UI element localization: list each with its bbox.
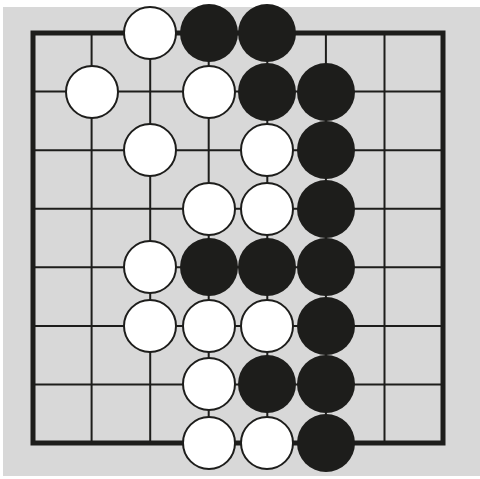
board-intersection-C8[interactable] (121, 414, 180, 473)
board-intersection-A5[interactable] (4, 238, 63, 297)
white-stone (182, 65, 236, 119)
black-stone (238, 63, 296, 121)
board-intersection-B2[interactable] (62, 62, 121, 121)
board-intersection-C7[interactable] (121, 355, 180, 414)
board-intersection-G7[interactable] (355, 355, 414, 414)
black-stone (238, 355, 296, 413)
board-intersection-A6[interactable] (4, 297, 63, 356)
board-intersection-D8[interactable] (179, 414, 238, 473)
white-stone (182, 416, 236, 470)
board-intersection-C5[interactable] (121, 238, 180, 297)
black-stone (297, 63, 355, 121)
page (0, 0, 480, 479)
board-intersection-E4[interactable] (238, 179, 297, 238)
board-intersection-G3[interactable] (355, 121, 414, 180)
board-intersection-A7[interactable] (4, 355, 63, 414)
board-intersection-B3[interactable] (62, 121, 121, 180)
board-intersection-B6[interactable] (62, 297, 121, 356)
board-intersection-F6[interactable] (297, 297, 356, 356)
white-stone (240, 182, 294, 236)
board-intersection-E1[interactable] (238, 4, 297, 63)
board-intersection-G4[interactable] (355, 179, 414, 238)
white-stone (123, 123, 177, 177)
white-stone (240, 123, 294, 177)
board-intersection-C4[interactable] (121, 179, 180, 238)
black-stone (297, 121, 355, 179)
go-board (4, 4, 473, 473)
board-intersection-G2[interactable] (355, 62, 414, 121)
board-intersection-E7[interactable] (238, 355, 297, 414)
board-intersection-F5[interactable] (297, 238, 356, 297)
board-intersection-G5[interactable] (355, 238, 414, 297)
board-intersection-H6[interactable] (414, 297, 473, 356)
white-stone (182, 357, 236, 411)
board-intersection-A4[interactable] (4, 179, 63, 238)
board-intersection-F8[interactable] (297, 414, 356, 473)
board-intersection-H8[interactable] (414, 414, 473, 473)
board-intersection-F4[interactable] (297, 179, 356, 238)
board-intersection-H4[interactable] (414, 179, 473, 238)
board-intersection-F7[interactable] (297, 355, 356, 414)
board-intersection-C1[interactable] (121, 4, 180, 63)
white-stone (182, 182, 236, 236)
white-stone (240, 299, 294, 353)
board-intersection-A1[interactable] (4, 4, 63, 63)
board-intersection-B1[interactable] (62, 4, 121, 63)
board-intersection-G1[interactable] (355, 4, 414, 63)
board-intersection-D6[interactable] (179, 297, 238, 356)
board-intersection-F1[interactable] (297, 4, 356, 63)
black-stone (297, 297, 355, 355)
board-intersection-B7[interactable] (62, 355, 121, 414)
board-intersection-B5[interactable] (62, 238, 121, 297)
board-intersection-G6[interactable] (355, 297, 414, 356)
board-intersection-D5[interactable] (179, 238, 238, 297)
board-intersection-D3[interactable] (179, 121, 238, 180)
board-intersection-F3[interactable] (297, 121, 356, 180)
board-intersection-H2[interactable] (414, 62, 473, 121)
board-intersection-C3[interactable] (121, 121, 180, 180)
board-intersection-E3[interactable] (238, 121, 297, 180)
board-intersection-D7[interactable] (179, 355, 238, 414)
board-intersection-C2[interactable] (121, 62, 180, 121)
black-stone (238, 4, 296, 62)
board-intersection-A3[interactable] (4, 121, 63, 180)
board-intersection-D2[interactable] (179, 62, 238, 121)
board-intersection-A2[interactable] (4, 62, 63, 121)
board-intersection-H7[interactable] (414, 355, 473, 414)
white-stone (123, 299, 177, 353)
black-stone (297, 355, 355, 413)
black-stone (297, 238, 355, 296)
white-stone (65, 65, 119, 119)
black-stone (297, 180, 355, 238)
board-intersection-H5[interactable] (414, 238, 473, 297)
white-stone (240, 416, 294, 470)
board-intersection-E2[interactable] (238, 62, 297, 121)
black-stone (297, 414, 355, 472)
white-stone (182, 299, 236, 353)
board-intersection-F2[interactable] (297, 62, 356, 121)
white-stone (123, 6, 177, 60)
board-intersection-H3[interactable] (414, 121, 473, 180)
board-intersection-B4[interactable] (62, 179, 121, 238)
white-stone (123, 240, 177, 294)
board-intersection-H1[interactable] (414, 4, 473, 63)
black-stone (180, 4, 238, 62)
board-intersection-B8[interactable] (62, 414, 121, 473)
board-intersection-C6[interactable] (121, 297, 180, 356)
board-intersection-E8[interactable] (238, 414, 297, 473)
board-intersection-E6[interactable] (238, 297, 297, 356)
board-intersection-E5[interactable] (238, 238, 297, 297)
board-intersection-G8[interactable] (355, 414, 414, 473)
board-intersection-A8[interactable] (4, 414, 63, 473)
board-intersection-D4[interactable] (179, 179, 238, 238)
black-stone (238, 238, 296, 296)
board-intersection-D1[interactable] (179, 4, 238, 63)
black-stone (180, 238, 238, 296)
